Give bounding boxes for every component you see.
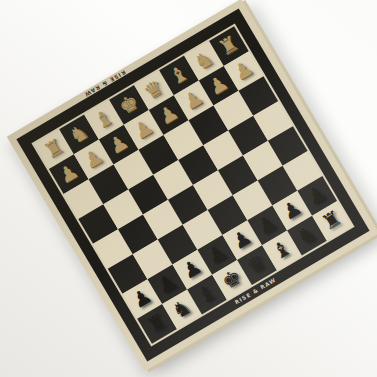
photo-background: ♜♞♝♚♛♝♞♜♟♟♟♟♟♟♟♟♟♟♟♟♟♟♟♟♜♞♝♚♛♝♞♜ RISE & … — [0, 0, 377, 377]
chess-mat: ♜♞♝♚♛♝♞♜♟♟♟♟♟♟♟♟♟♟♟♟♟♟♟♟♜♞♝♚♛♝♞♜ RISE & … — [7, 0, 377, 371]
board-grid: ♜♞♝♚♛♝♞♜♟♟♟♟♟♟♟♟♟♟♟♟♟♟♟♟♜♞♝♚♛♝♞♜ — [34, 26, 352, 344]
